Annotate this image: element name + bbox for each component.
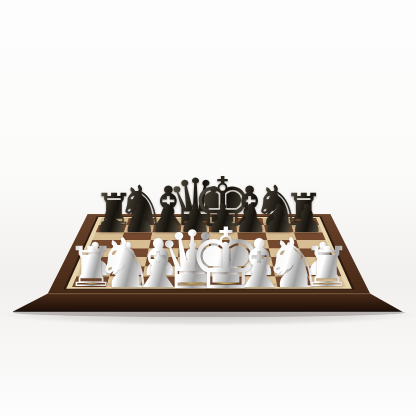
piece-white-rook-h1[interactable]: ♜	[302, 240, 351, 295]
pieces-layer: ♜♞♝♛♚♝♞♜♟♟♟♟♟♟♟♟♟♟♟♟♟♟♟♟♜♞♝♛♚♝♞♜	[0, 0, 416, 416]
photo-stage: ♜♞♝♛♚♝♞♜♟♟♟♟♟♟♟♟♟♟♟♟♟♟♟♟♜♞♝♛♚♝♞♜	[0, 0, 416, 416]
white-rook-icon: ♜	[302, 240, 351, 295]
